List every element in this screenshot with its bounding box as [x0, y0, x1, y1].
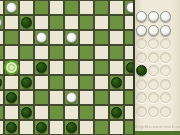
square-r2c4[interactable] — [49, 30, 64, 45]
tray-row — [136, 106, 172, 117]
tray-empty-slot — [136, 38, 147, 49]
square-r2c7[interactable] — [94, 30, 109, 45]
square-r7c7[interactable] — [94, 105, 109, 120]
white-piece[interactable] — [66, 32, 77, 43]
square-r7c1[interactable] — [4, 105, 19, 120]
tray-footer-bar — [135, 131, 180, 135]
tray-empty-slot — [160, 52, 171, 63]
square-r7c2[interactable] — [19, 105, 34, 120]
dark-piece[interactable] — [36, 122, 47, 133]
square-r5c6[interactable] — [79, 75, 94, 90]
square-r2c6[interactable] — [79, 30, 94, 45]
watermark-text: illegible-watermark.com.ar — [135, 125, 180, 129]
tray-row — [136, 79, 172, 90]
square-r7c8[interactable] — [109, 105, 124, 120]
white-piece[interactable] — [36, 32, 47, 43]
tray-empty-slot — [136, 79, 147, 90]
square-r2c1[interactable] — [4, 30, 19, 45]
tray-empty-slot — [136, 92, 147, 103]
tray-empty-slot — [160, 38, 171, 49]
square-r2c2[interactable] — [19, 30, 34, 45]
white-piece[interactable] — [0, 17, 2, 28]
square-r1c6[interactable] — [79, 15, 94, 30]
square-r3c4[interactable] — [49, 45, 64, 60]
tray-empty-slot — [160, 106, 171, 117]
checkers-board — [0, 0, 135, 135]
dark-piece[interactable] — [111, 107, 122, 118]
square-r0c2[interactable] — [19, 0, 34, 15]
square-r4c7[interactable] — [94, 60, 109, 75]
checkers-game-screen: illegible-watermark.com.ar — [0, 0, 180, 135]
square-r5c5[interactable] — [64, 75, 79, 90]
square-r8c3[interactable] — [34, 120, 49, 135]
dark-piece[interactable] — [6, 122, 17, 133]
tray-row — [136, 25, 172, 36]
tray-empty-slot — [148, 65, 159, 76]
white-piece[interactable] — [6, 2, 17, 13]
square-r6c7[interactable] — [94, 90, 109, 105]
square-r3c2[interactable] — [19, 45, 34, 60]
square-r3c6[interactable] — [79, 45, 94, 60]
tray-empty-slot — [148, 92, 159, 103]
square-r7c3[interactable] — [34, 105, 49, 120]
square-r4c5[interactable] — [64, 60, 79, 75]
tray-white-piece — [136, 11, 147, 22]
tray-row — [136, 11, 172, 22]
captured-pieces-tray: illegible-watermark.com.ar — [135, 0, 180, 135]
square-r6c8[interactable] — [109, 90, 124, 105]
tray-empty-slot — [160, 65, 171, 76]
square-r1c7[interactable] — [94, 15, 109, 30]
square-r8c5[interactable] — [64, 120, 79, 135]
square-r5c4[interactable] — [49, 75, 64, 90]
square-r0c8[interactable] — [109, 0, 124, 15]
square-r5c1[interactable] — [4, 75, 19, 90]
tray-dark-piece — [136, 65, 147, 76]
tray-empty-slot — [148, 52, 159, 63]
square-r4c6[interactable] — [79, 60, 94, 75]
square-r6c6[interactable] — [79, 90, 94, 105]
square-r8c2[interactable] — [19, 120, 34, 135]
square-r1c5[interactable] — [64, 15, 79, 30]
square-r2c8[interactable] — [109, 30, 124, 45]
square-r4c4[interactable] — [49, 60, 64, 75]
tray-row — [136, 38, 172, 49]
square-r1c8[interactable] — [109, 15, 124, 30]
square-r8c7[interactable] — [94, 120, 109, 135]
dark-piece[interactable] — [36, 62, 47, 73]
square-r7c6[interactable] — [79, 105, 94, 120]
tray-row — [136, 65, 172, 76]
dark-piece[interactable] — [21, 107, 32, 118]
dark-piece[interactable] — [66, 122, 77, 133]
square-r3c3[interactable] — [34, 45, 49, 60]
square-r6c2[interactable] — [19, 90, 34, 105]
square-r7c5[interactable] — [64, 105, 79, 120]
square-r4c3[interactable] — [34, 60, 49, 75]
square-r0c6[interactable] — [79, 0, 94, 15]
square-r2c3[interactable] — [34, 30, 49, 45]
square-r0c7[interactable] — [94, 0, 109, 15]
square-r0c4[interactable] — [49, 0, 64, 15]
dark-piece[interactable] — [6, 92, 17, 103]
square-r0c5[interactable] — [64, 0, 79, 15]
square-r0c3[interactable] — [34, 0, 49, 15]
tray-grid — [136, 11, 172, 119]
tray-empty-slot — [148, 79, 159, 90]
square-r5c3[interactable] — [34, 75, 49, 90]
square-r5c7[interactable] — [94, 75, 109, 90]
tray-white-piece — [160, 11, 171, 22]
square-r1c4[interactable] — [49, 15, 64, 30]
square-r6c3[interactable] — [34, 90, 49, 105]
square-r8c8[interactable] — [109, 120, 124, 135]
tray-empty-slot — [148, 38, 159, 49]
square-r4c1[interactable] — [4, 60, 19, 75]
square-r3c5[interactable] — [64, 45, 79, 60]
square-r6c5[interactable] — [64, 90, 79, 105]
square-r8c4[interactable] — [49, 120, 64, 135]
tray-row — [136, 52, 172, 63]
square-r8c6[interactable] — [79, 120, 94, 135]
dark-piece[interactable] — [21, 77, 32, 88]
square-r6c1[interactable] — [4, 90, 19, 105]
square-r3c1[interactable] — [4, 45, 19, 60]
square-r2c5[interactable] — [64, 30, 79, 45]
square-r6c4[interactable] — [49, 90, 64, 105]
white-piece[interactable] — [66, 92, 77, 103]
tray-empty-slot — [136, 52, 147, 63]
square-r3c8[interactable] — [109, 45, 124, 60]
tray-white-piece — [148, 11, 159, 22]
tray-row — [136, 92, 172, 103]
board-viewport — [0, 0, 135, 135]
square-r8c1[interactable] — [4, 120, 19, 135]
square-r5c2[interactable] — [19, 75, 34, 90]
tray-white-piece — [148, 25, 159, 36]
square-r4c2[interactable] — [19, 60, 34, 75]
square-r7c4[interactable] — [49, 105, 64, 120]
dark-piece[interactable] — [21, 17, 32, 28]
square-r1c1[interactable] — [4, 15, 19, 30]
square-r1c2[interactable] — [19, 15, 34, 30]
tray-empty-slot — [136, 106, 147, 117]
tray-white-piece — [160, 25, 171, 36]
square-r0c1[interactable] — [4, 0, 19, 15]
selected-piece[interactable] — [4, 60, 19, 75]
tray-white-piece — [136, 25, 147, 36]
dark-piece[interactable] — [0, 77, 2, 88]
tray-empty-slot — [160, 92, 171, 103]
square-r5c8[interactable] — [109, 75, 124, 90]
tray-empty-slot — [148, 106, 159, 117]
square-r1c3[interactable] — [34, 15, 49, 30]
tray-empty-slot — [160, 79, 171, 90]
square-r4c8[interactable] — [109, 60, 124, 75]
square-r3c7[interactable] — [94, 45, 109, 60]
dark-piece[interactable] — [111, 77, 122, 88]
